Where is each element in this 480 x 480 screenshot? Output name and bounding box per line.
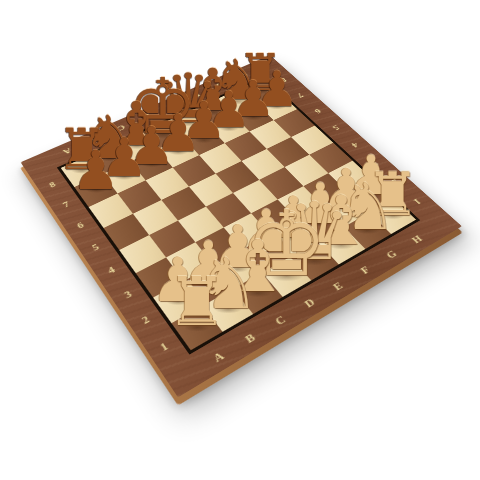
piece-black-pawn-a7[interactable]: ♟ <box>72 144 120 198</box>
pieces-layer: ♜♞♟♝♟♛♟♚♟♝♟♞♟♜♟♟♟♟♜♟♞♟♝♟♛♟♚♟♝♟♞♜ <box>0 0 480 480</box>
chess-set-photo: ABCDEFGH ABCDEFGH 87654321 87654321 ♜♞♟♝… <box>0 0 480 480</box>
piece-white-rook-a1[interactable]: ♜ <box>167 270 227 337</box>
